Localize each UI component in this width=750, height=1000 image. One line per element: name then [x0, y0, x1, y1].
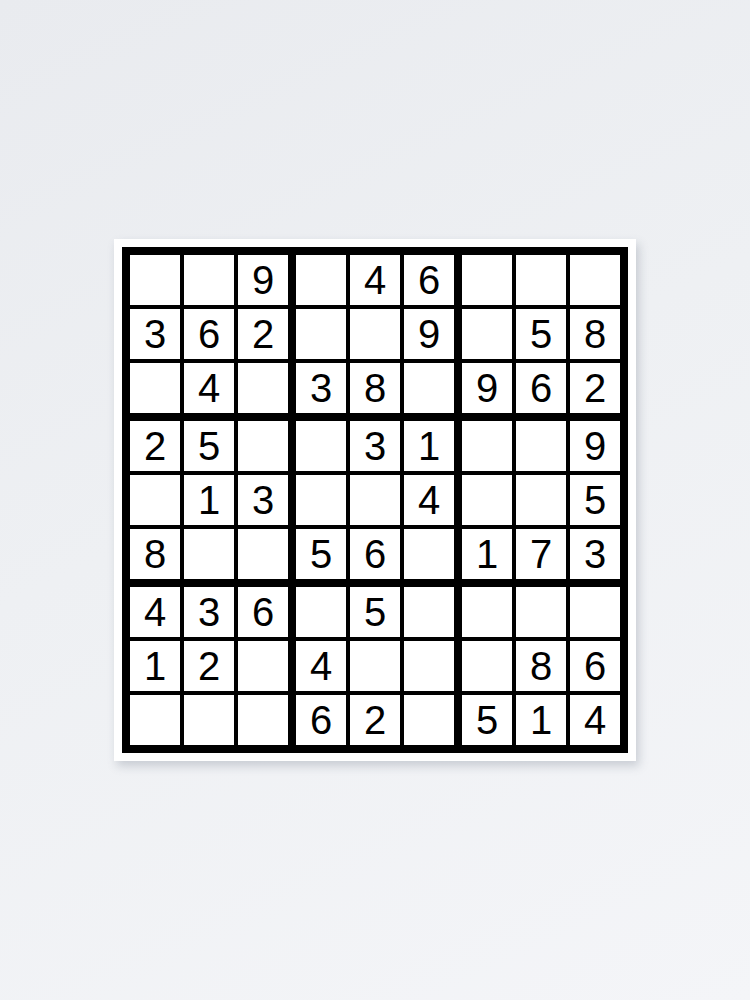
sudoku-cell-r4c7[interactable]: [462, 421, 512, 471]
sudoku-cell-r3c9[interactable]: 2: [570, 363, 620, 413]
sudoku-box-2-2: 31456: [296, 421, 454, 579]
sudoku-cell-r1c2[interactable]: [184, 255, 234, 305]
poster-background: 9362446938589622513831456951734361254628…: [0, 0, 750, 1000]
sudoku-cell-r4c8[interactable]: [516, 421, 566, 471]
sudoku-cell-r2c6[interactable]: 9: [404, 309, 454, 359]
sudoku-cell-r5c6[interactable]: 4: [404, 475, 454, 525]
sudoku-cell-r5c3[interactable]: 3: [238, 475, 288, 525]
sudoku-cell-r9c2[interactable]: [184, 695, 234, 745]
sudoku-cell-r6c5[interactable]: 6: [350, 529, 400, 579]
sudoku-cell-r9c5[interactable]: 2: [350, 695, 400, 745]
sudoku-cell-r3c2[interactable]: 4: [184, 363, 234, 413]
sudoku-card: 9362446938589622513831456951734361254628…: [114, 239, 636, 761]
sudoku-box-1-1: 93624: [130, 255, 288, 413]
sudoku-cell-r1c3[interactable]: 9: [238, 255, 288, 305]
sudoku-cell-r5c5[interactable]: [350, 475, 400, 525]
sudoku-cell-r6c7[interactable]: 1: [462, 529, 512, 579]
sudoku-cell-r7c5[interactable]: 5: [350, 587, 400, 637]
sudoku-cell-r1c5[interactable]: 4: [350, 255, 400, 305]
sudoku-cell-r6c2[interactable]: [184, 529, 234, 579]
sudoku-cell-r5c2[interactable]: 1: [184, 475, 234, 525]
sudoku-cell-r4c2[interactable]: 5: [184, 421, 234, 471]
sudoku-cell-r9c4[interactable]: 6: [296, 695, 346, 745]
sudoku-cell-r1c1[interactable]: [130, 255, 180, 305]
sudoku-cell-r8c5[interactable]: [350, 641, 400, 691]
sudoku-cell-r4c9[interactable]: 9: [570, 421, 620, 471]
sudoku-cell-r2c4[interactable]: [296, 309, 346, 359]
sudoku-cell-r3c8[interactable]: 6: [516, 363, 566, 413]
sudoku-box-3-2: 5462: [296, 587, 454, 745]
sudoku-cell-r2c3[interactable]: 2: [238, 309, 288, 359]
sudoku-box-3-3: 86514: [462, 587, 620, 745]
sudoku-cell-r9c6[interactable]: [404, 695, 454, 745]
sudoku-cell-r8c3[interactable]: [238, 641, 288, 691]
sudoku-cell-r5c8[interactable]: [516, 475, 566, 525]
sudoku-cell-r7c4[interactable]: [296, 587, 346, 637]
sudoku-cell-r6c8[interactable]: 7: [516, 529, 566, 579]
sudoku-cell-r7c3[interactable]: 6: [238, 587, 288, 637]
sudoku-cell-r8c9[interactable]: 6: [570, 641, 620, 691]
sudoku-cell-r5c9[interactable]: 5: [570, 475, 620, 525]
sudoku-cell-r5c7[interactable]: [462, 475, 512, 525]
sudoku-cell-r9c8[interactable]: 1: [516, 695, 566, 745]
sudoku-cell-r4c5[interactable]: 3: [350, 421, 400, 471]
sudoku-cell-r1c8[interactable]: [516, 255, 566, 305]
sudoku-cell-r6c1[interactable]: 8: [130, 529, 180, 579]
sudoku-cell-r5c1[interactable]: [130, 475, 180, 525]
sudoku-cell-r2c2[interactable]: 6: [184, 309, 234, 359]
sudoku-cell-r1c6[interactable]: 6: [404, 255, 454, 305]
sudoku-cell-r7c2[interactable]: 3: [184, 587, 234, 637]
sudoku-cell-r5c4[interactable]: [296, 475, 346, 525]
sudoku-cell-r6c3[interactable]: [238, 529, 288, 579]
sudoku-cell-r3c6[interactable]: [404, 363, 454, 413]
sudoku-cell-r1c4[interactable]: [296, 255, 346, 305]
sudoku-cell-r4c6[interactable]: 1: [404, 421, 454, 471]
sudoku-cell-r4c1[interactable]: 2: [130, 421, 180, 471]
sudoku-cell-r6c4[interactable]: 5: [296, 529, 346, 579]
sudoku-cell-r3c5[interactable]: 8: [350, 363, 400, 413]
sudoku-cell-r9c1[interactable]: [130, 695, 180, 745]
sudoku-cell-r7c8[interactable]: [516, 587, 566, 637]
sudoku-cell-r8c4[interactable]: 4: [296, 641, 346, 691]
sudoku-cell-r2c1[interactable]: 3: [130, 309, 180, 359]
sudoku-cell-r6c6[interactable]: [404, 529, 454, 579]
sudoku-cell-r1c7[interactable]: [462, 255, 512, 305]
sudoku-cell-r2c5[interactable]: [350, 309, 400, 359]
sudoku-cell-r1c9[interactable]: [570, 255, 620, 305]
sudoku-cell-r2c8[interactable]: 5: [516, 309, 566, 359]
sudoku-box-2-1: 25138: [130, 421, 288, 579]
sudoku-cell-r8c6[interactable]: [404, 641, 454, 691]
sudoku-cell-r9c7[interactable]: 5: [462, 695, 512, 745]
sudoku-cell-r9c9[interactable]: 4: [570, 695, 620, 745]
sudoku-box-1-3: 58962: [462, 255, 620, 413]
sudoku-cell-r7c1[interactable]: 4: [130, 587, 180, 637]
sudoku-board: 9362446938589622513831456951734361254628…: [122, 247, 628, 753]
sudoku-cell-r7c6[interactable]: [404, 587, 454, 637]
sudoku-cell-r3c3[interactable]: [238, 363, 288, 413]
sudoku-cell-r9c3[interactable]: [238, 695, 288, 745]
sudoku-box-3-1: 43612: [130, 587, 288, 745]
sudoku-cell-r7c9[interactable]: [570, 587, 620, 637]
sudoku-cell-r2c9[interactable]: 8: [570, 309, 620, 359]
sudoku-box-1-2: 46938: [296, 255, 454, 413]
sudoku-cell-r6c9[interactable]: 3: [570, 529, 620, 579]
sudoku-cell-r8c1[interactable]: 1: [130, 641, 180, 691]
sudoku-cell-r8c2[interactable]: 2: [184, 641, 234, 691]
sudoku-cell-r3c7[interactable]: 9: [462, 363, 512, 413]
sudoku-cell-r8c8[interactable]: 8: [516, 641, 566, 691]
sudoku-cell-r2c7[interactable]: [462, 309, 512, 359]
sudoku-cell-r7c7[interactable]: [462, 587, 512, 637]
sudoku-cell-r4c4[interactable]: [296, 421, 346, 471]
sudoku-cell-r4c3[interactable]: [238, 421, 288, 471]
sudoku-cell-r8c7[interactable]: [462, 641, 512, 691]
sudoku-box-2-3: 95173: [462, 421, 620, 579]
sudoku-cell-r3c4[interactable]: 3: [296, 363, 346, 413]
sudoku-cell-r3c1[interactable]: [130, 363, 180, 413]
